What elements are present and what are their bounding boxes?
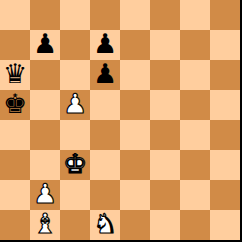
square-h8[interactable] [210, 0, 240, 30]
square-c8[interactable] [60, 0, 90, 30]
square-d6[interactable]: ♟ [90, 60, 120, 90]
square-f6[interactable] [150, 60, 180, 90]
square-e3[interactable] [120, 150, 150, 180]
square-e1[interactable] [120, 210, 150, 240]
square-h7[interactable] [210, 30, 240, 60]
square-f3[interactable] [150, 150, 180, 180]
square-d2[interactable] [90, 180, 120, 210]
piece-black-queen[interactable]: ♛ [3, 60, 27, 89]
square-e7[interactable] [120, 30, 150, 60]
piece-white-knight[interactable]: ♞ [93, 210, 117, 239]
square-a1[interactable] [0, 210, 30, 240]
square-f7[interactable] [150, 30, 180, 60]
square-h4[interactable] [210, 120, 240, 150]
piece-white-pawn[interactable]: ♟ [33, 180, 57, 209]
square-c4[interactable] [60, 120, 90, 150]
square-b8[interactable] [30, 0, 60, 30]
square-g6[interactable] [180, 60, 210, 90]
square-a6[interactable]: ♛ [0, 60, 30, 90]
piece-white-king[interactable]: ♚ [63, 150, 87, 179]
square-c7[interactable] [60, 30, 90, 60]
square-g4[interactable] [180, 120, 210, 150]
square-g8[interactable] [180, 0, 210, 30]
square-d7[interactable]: ♟ [90, 30, 120, 60]
square-g2[interactable] [180, 180, 210, 210]
square-f8[interactable] [150, 0, 180, 30]
square-h5[interactable] [210, 90, 240, 120]
square-h6[interactable] [210, 60, 240, 90]
piece-black-pawn[interactable]: ♟ [93, 60, 117, 89]
square-a7[interactable] [0, 30, 30, 60]
square-c2[interactable] [60, 180, 90, 210]
piece-black-pawn[interactable]: ♟ [33, 30, 57, 59]
square-b7[interactable]: ♟ [30, 30, 60, 60]
square-c1[interactable] [60, 210, 90, 240]
square-a3[interactable] [0, 150, 30, 180]
chess-board: ♟♟♛♟♚♟♚♟♝♞ [0, 0, 240, 240]
square-e4[interactable] [120, 120, 150, 150]
square-a8[interactable] [0, 0, 30, 30]
square-b4[interactable] [30, 120, 60, 150]
square-f2[interactable] [150, 180, 180, 210]
square-b2[interactable]: ♟ [30, 180, 60, 210]
square-f4[interactable] [150, 120, 180, 150]
square-c3[interactable]: ♚ [60, 150, 90, 180]
square-h3[interactable] [210, 150, 240, 180]
square-g1[interactable] [180, 210, 210, 240]
square-h2[interactable] [210, 180, 240, 210]
square-b6[interactable] [30, 60, 60, 90]
square-h1[interactable] [210, 210, 240, 240]
square-c6[interactable] [60, 60, 90, 90]
piece-white-bishop[interactable]: ♝ [33, 210, 57, 239]
square-f5[interactable] [150, 90, 180, 120]
square-d4[interactable] [90, 120, 120, 150]
square-g3[interactable] [180, 150, 210, 180]
square-c5[interactable]: ♟ [60, 90, 90, 120]
square-d8[interactable] [90, 0, 120, 30]
square-e8[interactable] [120, 0, 150, 30]
square-e2[interactable] [120, 180, 150, 210]
square-b1[interactable]: ♝ [30, 210, 60, 240]
piece-white-pawn[interactable]: ♟ [63, 90, 87, 119]
square-b3[interactable] [30, 150, 60, 180]
piece-black-pawn[interactable]: ♟ [93, 30, 117, 59]
square-e6[interactable] [120, 60, 150, 90]
square-g5[interactable] [180, 90, 210, 120]
piece-black-king[interactable]: ♚ [3, 90, 27, 119]
square-e5[interactable] [120, 90, 150, 120]
square-b5[interactable] [30, 90, 60, 120]
square-f1[interactable] [150, 210, 180, 240]
square-d3[interactable] [90, 150, 120, 180]
square-d1[interactable]: ♞ [90, 210, 120, 240]
square-a4[interactable] [0, 120, 30, 150]
square-a2[interactable] [0, 180, 30, 210]
chess-diagram: ♟♟♛♟♚♟♚♟♝♞ [0, 0, 242, 242]
square-a5[interactable]: ♚ [0, 90, 30, 120]
square-d5[interactable] [90, 90, 120, 120]
square-g7[interactable] [180, 30, 210, 60]
